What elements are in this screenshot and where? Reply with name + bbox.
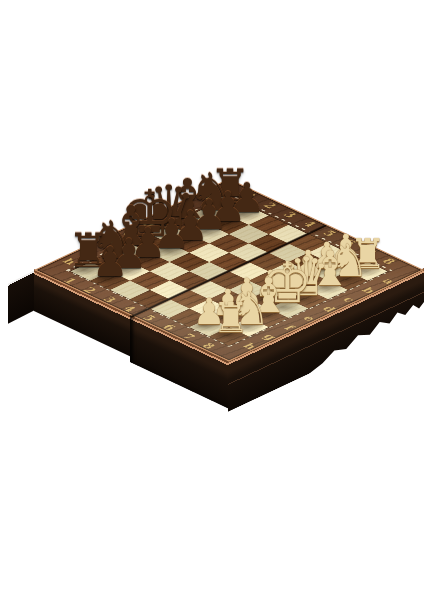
box-side-back-left [8, 270, 35, 324]
photo-stage: 1122334455667788aabbccddeeffgghh ♜♞♝♛♚♝♞… [0, 0, 424, 600]
